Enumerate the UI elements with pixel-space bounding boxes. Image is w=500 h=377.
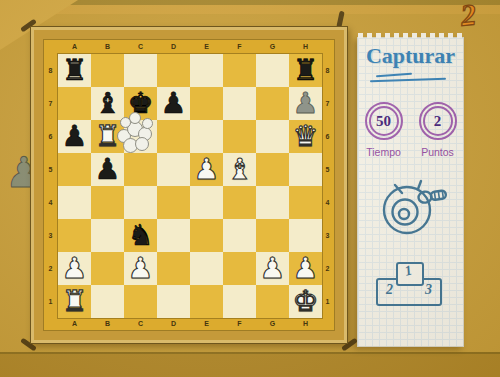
capture-smoke-effect	[124, 120, 157, 153]
file-label: A	[58, 40, 91, 53]
square-d4[interactable]	[157, 186, 190, 219]
square-b7[interactable]: ♝	[91, 87, 124, 120]
square-a8[interactable]: ♜	[58, 54, 91, 87]
stats-row: 50 Tiempo 2 Puntos	[358, 102, 463, 158]
square-b2[interactable]	[91, 252, 124, 285]
title-underline	[370, 78, 446, 83]
square-d7[interactable]: ♟	[157, 87, 190, 120]
square-b6[interactable]: ♜	[91, 120, 124, 153]
rank-label: 7	[321, 87, 334, 120]
square-a3[interactable]	[58, 219, 91, 252]
square-b1[interactable]	[91, 285, 124, 318]
square-f3[interactable]	[223, 219, 256, 252]
rank-label: 7	[44, 87, 57, 120]
points-label: Puntos	[421, 146, 454, 158]
notepad-panel: Capturar 50 Tiempo 2 Puntos	[357, 37, 464, 347]
square-g1[interactable]	[256, 285, 289, 318]
white-bishop: ♝	[227, 155, 253, 184]
black-pawn: ♟	[62, 122, 88, 151]
rank-label: 3	[44, 219, 57, 252]
board-frame: ABCDEFGH ABCDEFGH 87654321 87654321 ♜♜♝♚…	[30, 26, 348, 344]
square-a7[interactable]	[58, 87, 91, 120]
square-f6[interactable]	[223, 120, 256, 153]
rank-label: 2	[321, 252, 334, 285]
square-h7[interactable]: ♟	[289, 87, 322, 120]
file-label: A	[58, 317, 91, 330]
white-pawn: ♟	[194, 155, 220, 184]
square-h3[interactable]	[289, 219, 322, 252]
rank-label: 8	[44, 54, 57, 87]
file-labels-top: ABCDEFGH	[58, 40, 322, 53]
black-king: ♚	[128, 89, 154, 118]
file-label: E	[190, 40, 223, 53]
time-stat: 50 Tiempo	[362, 102, 406, 158]
square-b4[interactable]	[91, 186, 124, 219]
square-g5[interactable]	[256, 153, 289, 186]
white-queen: ♛	[293, 122, 319, 151]
square-d5[interactable]	[157, 153, 190, 186]
square-c4[interactable]	[124, 186, 157, 219]
rank-label: 5	[44, 153, 57, 186]
square-c3[interactable]: ♞	[124, 219, 157, 252]
file-label: F	[223, 40, 256, 53]
points-value: 2	[434, 113, 442, 130]
square-f8[interactable]	[223, 54, 256, 87]
square-b3[interactable]	[91, 219, 124, 252]
white-pawn: ♟	[128, 254, 154, 283]
square-h8[interactable]: ♜	[289, 54, 322, 87]
rank-label: 3	[321, 219, 334, 252]
square-e3[interactable]	[190, 219, 223, 252]
rank-label: 1	[44, 285, 57, 318]
square-c8[interactable]	[124, 54, 157, 87]
panel-title: Capturar	[358, 43, 463, 69]
square-d1[interactable]	[157, 285, 190, 318]
file-label: C	[124, 40, 157, 53]
rank-label: 1	[321, 285, 334, 318]
black-knight: ♞	[128, 221, 154, 250]
white-king: ♚	[293, 287, 319, 316]
black-pawn: ♟	[161, 89, 187, 118]
title-underline	[376, 73, 412, 78]
file-label: E	[190, 317, 223, 330]
file-labels-bottom: ABCDEFGH	[58, 317, 322, 330]
square-g6[interactable]	[256, 120, 289, 153]
square-b5[interactable]: ♟	[91, 153, 124, 186]
rank-label: 6	[44, 120, 57, 153]
square-b8[interactable]	[91, 54, 124, 87]
square-f7[interactable]	[223, 87, 256, 120]
square-h2[interactable]: ♟	[289, 252, 322, 285]
file-label: C	[124, 317, 157, 330]
square-c1[interactable]	[124, 285, 157, 318]
points-stat: 2 Puntos	[416, 102, 460, 158]
square-d2[interactable]	[157, 252, 190, 285]
square-g4[interactable]	[256, 186, 289, 219]
podium-rank-3: 3	[425, 282, 432, 298]
square-e8[interactable]	[190, 54, 223, 87]
rank-label: 5	[321, 153, 334, 186]
square-f4[interactable]	[223, 186, 256, 219]
square-a5[interactable]	[58, 153, 91, 186]
file-label: B	[91, 317, 124, 330]
square-d8[interactable]	[157, 54, 190, 87]
square-g8[interactable]	[256, 54, 289, 87]
square-f2[interactable]	[223, 252, 256, 285]
floor-strip	[0, 352, 500, 377]
square-a4[interactable]	[58, 186, 91, 219]
file-label: G	[256, 317, 289, 330]
game-screen: ♟ ABCDEFGH ABCDEFGH 87654321 87654321 ♜♜…	[0, 0, 500, 377]
square-h1[interactable]: ♚	[289, 285, 322, 318]
white-rook: ♜	[62, 287, 88, 316]
podium-rank-2: 2	[386, 282, 393, 298]
file-label: H	[289, 40, 322, 53]
file-label: B	[91, 40, 124, 53]
square-c6[interactable]	[124, 120, 157, 153]
white-rook: ♜	[95, 122, 121, 151]
rank-label: 4	[321, 186, 334, 219]
square-e5[interactable]: ♟	[190, 153, 223, 186]
rank-labels-left: 87654321	[44, 54, 57, 318]
square-g7[interactable]	[256, 87, 289, 120]
time-value: 50	[376, 113, 391, 130]
black-pawn: ♟	[95, 155, 121, 184]
square-c2[interactable]: ♟	[124, 252, 157, 285]
square-c5[interactable]	[124, 153, 157, 186]
black-rook: ♜	[62, 56, 88, 85]
black-bishop: ♝	[95, 89, 121, 118]
square-d6[interactable]	[157, 120, 190, 153]
square-a2[interactable]: ♟	[58, 252, 91, 285]
white-pawn: ♟	[62, 254, 88, 283]
white-pawn: ♟	[260, 254, 286, 283]
file-label: G	[256, 40, 289, 53]
target-icon	[376, 176, 448, 236]
points-circle: 2	[419, 102, 457, 140]
square-a1[interactable]: ♜	[58, 285, 91, 318]
rank-labels-right: 87654321	[321, 54, 334, 318]
board-grid: ♜♜♝♚♟♟♟♜♛♟♟♝♞♟♟♟♟♜♚	[58, 54, 322, 318]
time-circle: 50	[365, 102, 403, 140]
square-h4[interactable]	[289, 186, 322, 219]
white-pawn: ♟	[293, 254, 319, 283]
time-label: Tiempo	[366, 146, 401, 158]
file-label: F	[223, 317, 256, 330]
square-e6[interactable]	[190, 120, 223, 153]
square-a6[interactable]: ♟	[58, 120, 91, 153]
square-d3[interactable]	[157, 219, 190, 252]
square-e2[interactable]	[190, 252, 223, 285]
black-rook: ♜	[293, 56, 319, 85]
square-e1[interactable]	[190, 285, 223, 318]
gray-pawn: ♟	[293, 89, 319, 118]
rank-label: 6	[321, 120, 334, 153]
square-f5[interactable]: ♝	[223, 153, 256, 186]
square-f1[interactable]	[223, 285, 256, 318]
square-h5[interactable]	[289, 153, 322, 186]
file-label: D	[157, 317, 190, 330]
square-h6[interactable]: ♛	[289, 120, 322, 153]
rank-label: 2	[44, 252, 57, 285]
square-c7[interactable]: ♚	[124, 87, 157, 120]
coordinate-strip: ABCDEFGH ABCDEFGH 87654321 87654321 ♜♜♝♚…	[43, 39, 335, 331]
rank-label: 4	[44, 186, 57, 219]
app-logo[interactable]: 2	[459, 0, 477, 31]
chess-board: ABCDEFGH ABCDEFGH 87654321 87654321 ♜♜♝♚…	[30, 26, 348, 344]
square-g3[interactable]	[256, 219, 289, 252]
square-g2[interactable]: ♟	[256, 252, 289, 285]
square-e4[interactable]	[190, 186, 223, 219]
podium-icon: 1 2 3	[376, 262, 444, 306]
file-label: H	[289, 317, 322, 330]
square-e7[interactable]	[190, 87, 223, 120]
wall-trim-light	[0, 5, 500, 14]
file-label: D	[157, 40, 190, 53]
rank-label: 8	[321, 54, 334, 87]
